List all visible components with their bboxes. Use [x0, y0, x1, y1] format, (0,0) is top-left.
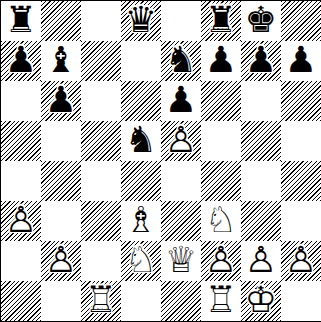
square-b4[interactable]: [41, 161, 81, 201]
square-e8[interactable]: [161, 1, 201, 41]
square-e5[interactable]: ♟♙: [161, 121, 201, 161]
piece-glyph: ♜: [205, 2, 237, 38]
piece-glyph: ♟: [245, 42, 277, 78]
piece-glyph: ♟: [285, 42, 317, 78]
piece-glyph: ♙: [45, 242, 77, 278]
piece-white-fill-layer: ♞: [125, 242, 157, 278]
piece-glyph: ♗: [125, 202, 157, 238]
piece-white-rook: ♜♖: [81, 281, 121, 321]
piece-black-pawn: ♟: [201, 41, 241, 81]
square-h2[interactable]: ♟♙: [281, 241, 321, 281]
square-f3[interactable]: ♞♘: [201, 201, 241, 241]
square-e7[interactable]: ♞: [161, 41, 201, 81]
square-b6[interactable]: ♟: [41, 81, 81, 121]
piece-black-rook: ♜: [1, 1, 41, 41]
square-d2[interactable]: ♞♘: [121, 241, 161, 281]
piece-glyph: ♙: [205, 242, 237, 278]
piece-glyph: ♜: [5, 2, 37, 38]
piece-black-pawn: ♟: [41, 81, 81, 121]
square-c1[interactable]: ♜♖: [81, 281, 121, 321]
square-b1[interactable]: [41, 281, 81, 321]
square-g2[interactable]: ♟♙: [241, 241, 281, 281]
square-f8[interactable]: ♜: [201, 1, 241, 41]
piece-glyph: ♟: [45, 82, 77, 118]
piece-white-fill-layer: ♟: [45, 242, 77, 278]
piece-white-fill-layer: ♛: [165, 242, 197, 278]
square-d5[interactable]: ♞: [121, 121, 161, 161]
square-f6[interactable]: [201, 81, 241, 121]
square-e2[interactable]: ♛♕: [161, 241, 201, 281]
square-h6[interactable]: [281, 81, 321, 121]
square-h7[interactable]: ♟: [281, 41, 321, 81]
piece-glyph: ♝: [45, 42, 77, 78]
piece-white-pawn: ♟♙: [41, 241, 81, 281]
square-g7[interactable]: ♟: [241, 41, 281, 81]
piece-glyph: ♙: [285, 242, 317, 278]
square-g4[interactable]: [241, 161, 281, 201]
square-c3[interactable]: [81, 201, 121, 241]
square-c6[interactable]: [81, 81, 121, 121]
square-h3[interactable]: [281, 201, 321, 241]
square-a5[interactable]: [1, 121, 41, 161]
piece-black-knight: ♞: [161, 41, 201, 81]
piece-black-knight: ♞: [121, 121, 161, 161]
piece-white-pawn: ♟♙: [281, 241, 321, 281]
piece-black-pawn: ♟: [281, 41, 321, 81]
square-d1[interactable]: [121, 281, 161, 321]
square-a2[interactable]: [1, 241, 41, 281]
square-e3[interactable]: [161, 201, 201, 241]
piece-white-fill-layer: ♟: [205, 242, 237, 278]
piece-black-rook: ♜: [201, 1, 241, 41]
square-b8[interactable]: [41, 1, 81, 41]
piece-white-rook: ♜♖: [201, 281, 241, 321]
square-a1[interactable]: [1, 281, 41, 321]
piece-black-pawn: ♟: [241, 41, 281, 81]
square-d3[interactable]: ♝♗: [121, 201, 161, 241]
square-c5[interactable]: [81, 121, 121, 161]
square-a3[interactable]: ♟♙: [1, 201, 41, 241]
piece-white-king: ♚♔: [241, 281, 281, 321]
piece-white-fill-layer: ♜: [205, 282, 237, 318]
piece-white-fill-layer: ♜: [85, 282, 117, 318]
piece-black-king: ♚: [241, 1, 281, 41]
chess-board: ♜♛♜♚♟♝♞♟♟♟♟♟♞♟♙♟♙♝♗♞♘♟♙♞♘♛♕♟♙♟♙♟♙♜♖♜♖♚♔: [0, 0, 321, 322]
square-d7[interactable]: [121, 41, 161, 81]
piece-glyph: ♟: [165, 82, 197, 118]
square-a7[interactable]: ♟: [1, 41, 41, 81]
square-a4[interactable]: [1, 161, 41, 201]
square-g5[interactable]: [241, 121, 281, 161]
piece-glyph: ♙: [5, 202, 37, 238]
square-h5[interactable]: [281, 121, 321, 161]
piece-glyph: ♕: [165, 242, 197, 278]
square-h4[interactable]: [281, 161, 321, 201]
piece-white-fill-layer: ♟: [245, 242, 277, 278]
square-f4[interactable]: [201, 161, 241, 201]
square-f2[interactable]: ♟♙: [201, 241, 241, 281]
piece-glyph: ♛: [125, 2, 157, 38]
square-e1[interactable]: [161, 281, 201, 321]
piece-glyph: ♟: [205, 42, 237, 78]
piece-glyph: ♚: [245, 2, 277, 38]
piece-white-fill-layer: ♟: [5, 202, 37, 238]
piece-white-fill-layer: ♞: [205, 202, 237, 238]
square-c8[interactable]: [81, 1, 121, 41]
square-a6[interactable]: [1, 81, 41, 121]
square-b3[interactable]: [41, 201, 81, 241]
square-e6[interactable]: ♟: [161, 81, 201, 121]
square-b5[interactable]: [41, 121, 81, 161]
square-b7[interactable]: ♝: [41, 41, 81, 81]
piece-white-fill-layer: ♟: [285, 242, 317, 278]
piece-glyph: ♘: [205, 202, 237, 238]
square-g1[interactable]: ♚♔: [241, 281, 281, 321]
piece-white-pawn: ♟♙: [1, 201, 41, 241]
piece-white-queen: ♛♕: [161, 241, 201, 281]
square-h1[interactable]: [281, 281, 321, 321]
piece-glyph: ♞: [165, 42, 197, 78]
square-f5[interactable]: [201, 121, 241, 161]
piece-white-pawn: ♟♙: [201, 241, 241, 281]
piece-glyph: ♖: [205, 282, 237, 318]
square-g6[interactable]: [241, 81, 281, 121]
square-a8[interactable]: ♜: [1, 1, 41, 41]
square-c2[interactable]: [81, 241, 121, 281]
square-g3[interactable]: [241, 201, 281, 241]
square-c4[interactable]: [81, 161, 121, 201]
piece-black-queen: ♛: [121, 1, 161, 41]
square-d8[interactable]: ♛: [121, 1, 161, 41]
piece-white-bishop: ♝♗: [121, 201, 161, 241]
piece-white-pawn: ♟♙: [241, 241, 281, 281]
piece-white-fill-layer: ♝: [125, 202, 157, 238]
piece-black-pawn: ♟: [161, 81, 201, 121]
square-e4[interactable]: [161, 161, 201, 201]
piece-white-pawn: ♟♙: [161, 121, 201, 161]
square-d6[interactable]: [121, 81, 161, 121]
square-f7[interactable]: ♟: [201, 41, 241, 81]
piece-white-knight: ♞♘: [201, 201, 241, 241]
square-b2[interactable]: ♟♙: [41, 241, 81, 281]
piece-white-fill-layer: ♚: [245, 282, 277, 318]
piece-white-fill-layer: ♟: [165, 122, 197, 158]
square-f1[interactable]: ♜♖: [201, 281, 241, 321]
piece-black-pawn: ♟: [1, 41, 41, 81]
piece-glyph: ♟: [5, 42, 37, 78]
square-d4[interactable]: [121, 161, 161, 201]
piece-black-bishop: ♝: [41, 41, 81, 81]
piece-glyph: ♙: [165, 122, 197, 158]
piece-glyph: ♔: [245, 282, 277, 318]
square-g8[interactable]: ♚: [241, 1, 281, 41]
piece-glyph: ♞: [125, 122, 157, 158]
square-h8[interactable]: [281, 1, 321, 41]
piece-glyph: ♘: [125, 242, 157, 278]
piece-glyph: ♙: [245, 242, 277, 278]
square-c7[interactable]: [81, 41, 121, 81]
piece-glyph: ♖: [85, 282, 117, 318]
piece-white-knight: ♞♘: [121, 241, 161, 281]
